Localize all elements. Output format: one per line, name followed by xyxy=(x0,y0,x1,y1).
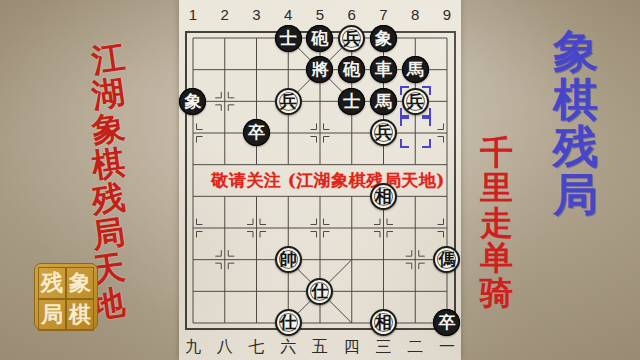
channel-seal-logo: 残象局棋 xyxy=(34,263,98,330)
piece-black-chariot[interactable]: 車 xyxy=(370,56,397,83)
piece-black-cannon[interactable]: 砲 xyxy=(338,56,365,83)
file-label: 七 xyxy=(241,337,273,358)
piece-red-pawn[interactable]: 兵 xyxy=(275,88,302,115)
piece-red-advisor[interactable]: 仕 xyxy=(275,309,302,336)
piece-black-elephant[interactable]: 象 xyxy=(179,88,206,115)
piece-black-horse[interactable]: 馬 xyxy=(402,56,429,83)
file-label: 一 xyxy=(431,337,463,358)
xiangqi-board-grid[interactable]: 士砲兵象將砲車馬象兵士馬兵卒兵相帥傌仕仕相卒 xyxy=(177,22,463,339)
file-label: 7 xyxy=(368,6,400,23)
piece-black-cannon[interactable]: 砲 xyxy=(306,25,333,52)
title-char: 象 xyxy=(553,28,598,76)
seal-char: 残 xyxy=(38,267,66,299)
file-label: 2 xyxy=(209,6,241,23)
screenshot-stage: 江湖象棋残局天地 象棋残局 千里走单骑 123456789 九八七六五四三二一 … xyxy=(0,0,640,360)
title-char: 走 xyxy=(480,206,513,241)
marker-corner xyxy=(400,117,409,126)
last-move-marker xyxy=(400,117,431,148)
piece-black-elephant[interactable]: 象 xyxy=(370,25,397,52)
file-label: 5 xyxy=(304,6,336,23)
piece-black-general[interactable]: 將 xyxy=(306,56,333,83)
piece-black-horse[interactable]: 馬 xyxy=(370,88,397,115)
piece-black-advisor[interactable]: 士 xyxy=(338,88,365,115)
piece-red-pawn[interactable]: 兵 xyxy=(402,88,429,115)
piece-black-advisor[interactable]: 士 xyxy=(275,25,302,52)
piece-red-horse[interactable]: 傌 xyxy=(433,246,460,273)
seal-char: 局 xyxy=(38,299,66,331)
piece-red-pawn[interactable]: 兵 xyxy=(338,25,365,52)
file-label: 6 xyxy=(336,6,368,23)
marker-corner xyxy=(422,117,431,126)
file-label: 二 xyxy=(399,337,431,358)
right-series-title: 象棋残局 xyxy=(553,28,598,219)
right-puzzle-title: 千里走单骑 xyxy=(480,136,513,311)
title-char: 残 xyxy=(553,123,598,171)
title-char: 单 xyxy=(480,241,513,276)
piece-black-pawn[interactable]: 卒 xyxy=(243,119,270,146)
file-label: 三 xyxy=(368,337,400,358)
file-label: 六 xyxy=(272,337,304,358)
seal-char: 象 xyxy=(66,267,94,299)
file-label: 8 xyxy=(399,6,431,23)
piece-red-elephant[interactable]: 相 xyxy=(370,309,397,336)
marker-corner xyxy=(422,139,431,148)
piece-red-advisor[interactable]: 仕 xyxy=(306,278,333,305)
file-label: 四 xyxy=(336,337,368,358)
file-label: 3 xyxy=(241,6,273,23)
piece-black-pawn[interactable]: 卒 xyxy=(433,309,460,336)
file-labels-bottom: 九八七六五四三二一 xyxy=(177,337,463,358)
title-char: 骑 xyxy=(480,276,513,311)
file-label: 9 xyxy=(431,6,463,23)
file-label: 九 xyxy=(177,337,209,358)
seal-char: 棋 xyxy=(66,299,94,331)
piece-red-general[interactable]: 帥 xyxy=(275,246,302,273)
file-label: 4 xyxy=(272,6,304,23)
title-char: 千 xyxy=(480,136,513,171)
title-char: 局 xyxy=(553,171,598,219)
marker-corner xyxy=(400,139,409,148)
seal-grid: 残象局棋 xyxy=(38,267,94,326)
piece-red-pawn[interactable]: 兵 xyxy=(370,119,397,146)
file-labels-top: 123456789 xyxy=(177,6,463,23)
title-char: 棋 xyxy=(553,76,598,124)
file-label: 八 xyxy=(209,337,241,358)
file-label: 五 xyxy=(304,337,336,358)
title-char: 里 xyxy=(480,171,513,206)
file-label: 1 xyxy=(177,6,209,23)
piece-red-elephant[interactable]: 相 xyxy=(370,183,397,210)
